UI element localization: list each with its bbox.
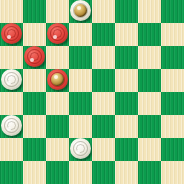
specular-highlight bbox=[30, 58, 34, 62]
square-r0c1[interactable] bbox=[23, 0, 46, 23]
white-man[interactable] bbox=[70, 138, 91, 159]
square-r2c6[interactable] bbox=[138, 46, 161, 69]
square-r2c0[interactable] bbox=[0, 46, 23, 69]
square-r3c3[interactable] bbox=[69, 69, 92, 92]
square-r0c6[interactable] bbox=[138, 0, 161, 23]
square-r4c0[interactable] bbox=[0, 92, 23, 115]
square-r4c1[interactable] bbox=[23, 92, 46, 115]
square-r0c3[interactable] bbox=[69, 0, 92, 23]
square-r1c3[interactable] bbox=[69, 23, 92, 46]
white-king[interactable] bbox=[70, 0, 91, 21]
square-r7c0[interactable] bbox=[0, 161, 23, 184]
square-r0c2[interactable] bbox=[46, 0, 69, 23]
square-r7c5[interactable] bbox=[115, 161, 138, 184]
square-r0c0[interactable] bbox=[0, 0, 23, 23]
specular-highlight bbox=[53, 35, 57, 39]
square-r5c3[interactable] bbox=[69, 115, 92, 138]
square-r3c5[interactable] bbox=[115, 69, 138, 92]
white-man[interactable] bbox=[1, 69, 22, 90]
square-r5c7[interactable] bbox=[161, 115, 184, 138]
square-r3c6[interactable] bbox=[138, 69, 161, 92]
square-r7c6[interactable] bbox=[138, 161, 161, 184]
square-r6c2[interactable] bbox=[46, 138, 69, 161]
square-r3c0[interactable] bbox=[0, 69, 23, 92]
square-r4c6[interactable] bbox=[138, 92, 161, 115]
checkers-app-window bbox=[0, 0, 184, 184]
square-r5c5[interactable] bbox=[115, 115, 138, 138]
specular-highlight bbox=[54, 75, 58, 79]
square-r6c6[interactable] bbox=[138, 138, 161, 161]
square-r6c1[interactable] bbox=[23, 138, 46, 161]
square-r3c1[interactable] bbox=[23, 69, 46, 92]
checkers-board bbox=[0, 0, 184, 184]
square-r7c3[interactable] bbox=[69, 161, 92, 184]
specular-highlight bbox=[77, 6, 81, 10]
square-r1c4[interactable] bbox=[92, 23, 115, 46]
square-r1c1[interactable] bbox=[23, 23, 46, 46]
square-r7c2[interactable] bbox=[46, 161, 69, 184]
square-r4c7[interactable] bbox=[161, 92, 184, 115]
square-r2c3[interactable] bbox=[69, 46, 92, 69]
square-r5c6[interactable] bbox=[138, 115, 161, 138]
square-r5c4[interactable] bbox=[92, 115, 115, 138]
square-r2c4[interactable] bbox=[92, 46, 115, 69]
square-r5c0[interactable] bbox=[0, 115, 23, 138]
square-r7c7[interactable] bbox=[161, 161, 184, 184]
square-r6c5[interactable] bbox=[115, 138, 138, 161]
square-r4c2[interactable] bbox=[46, 92, 69, 115]
square-r0c7[interactable] bbox=[161, 0, 184, 23]
square-r6c0[interactable] bbox=[0, 138, 23, 161]
square-r7c1[interactable] bbox=[23, 161, 46, 184]
specular-highlight bbox=[7, 35, 11, 39]
square-r1c2[interactable] bbox=[46, 23, 69, 46]
specular-highlight bbox=[7, 127, 11, 131]
square-r0c4[interactable] bbox=[92, 0, 115, 23]
square-r7c4[interactable] bbox=[92, 161, 115, 184]
red-king[interactable] bbox=[47, 69, 68, 90]
square-r2c1[interactable] bbox=[23, 46, 46, 69]
red-man[interactable] bbox=[47, 23, 68, 44]
square-r6c3[interactable] bbox=[69, 138, 92, 161]
red-man[interactable] bbox=[1, 23, 22, 44]
square-r3c4[interactable] bbox=[92, 69, 115, 92]
square-r6c4[interactable] bbox=[92, 138, 115, 161]
square-r4c5[interactable] bbox=[115, 92, 138, 115]
square-r1c7[interactable] bbox=[161, 23, 184, 46]
square-r5c1[interactable] bbox=[23, 115, 46, 138]
square-r6c7[interactable] bbox=[161, 138, 184, 161]
white-man[interactable] bbox=[1, 115, 22, 136]
square-r4c3[interactable] bbox=[69, 92, 92, 115]
square-r3c7[interactable] bbox=[161, 69, 184, 92]
specular-highlight bbox=[7, 81, 11, 85]
red-man[interactable] bbox=[24, 46, 45, 67]
specular-highlight bbox=[76, 150, 80, 154]
square-r2c5[interactable] bbox=[115, 46, 138, 69]
square-r1c5[interactable] bbox=[115, 23, 138, 46]
square-r1c0[interactable] bbox=[0, 23, 23, 46]
square-r3c2[interactable] bbox=[46, 69, 69, 92]
square-r2c7[interactable] bbox=[161, 46, 184, 69]
square-r1c6[interactable] bbox=[138, 23, 161, 46]
square-r0c5[interactable] bbox=[115, 0, 138, 23]
square-r5c2[interactable] bbox=[46, 115, 69, 138]
square-r4c4[interactable] bbox=[92, 92, 115, 115]
square-r2c2[interactable] bbox=[46, 46, 69, 69]
